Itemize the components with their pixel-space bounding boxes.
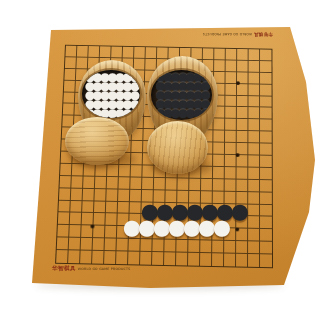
- black-stone-pile: ●●●●●●● ●●●●●●● ●●●●●●● ●●●●●●● ●●●●●●●: [151, 70, 212, 120]
- black-stone: ●: [232, 203, 248, 219]
- go-set-product-photo: 华智棋具 WORLD GO GAME PRODUCTS 华智棋具 WORLD G…: [0, 0, 320, 320]
- black-bowl-opening: ●●●●●●● ●●●●●●● ●●●●●●● ●●●●●●● ●●●●●●●: [151, 70, 212, 120]
- white-bowl-opening: ●●●●●●● ●●●●●●● ●●●●●●● ●●●●●●● ●●●●●●●: [82, 70, 140, 118]
- white-stone: ●: [214, 219, 230, 235]
- right-bowl-lid: [147, 121, 208, 174]
- left-bowl-lid: [65, 117, 129, 165]
- white-stone-pile: ●●●●●●● ●●●●●●● ●●●●●●● ●●●●●●● ●●●●●●●: [82, 70, 140, 118]
